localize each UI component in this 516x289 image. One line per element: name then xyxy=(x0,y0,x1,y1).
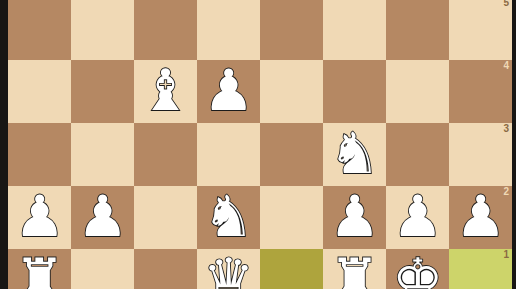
rank-coordinate-4: 4 xyxy=(503,60,509,72)
square-b1[interactable] xyxy=(71,249,134,289)
rank-coordinate-5: 5 xyxy=(503,0,509,9)
square-a2[interactable]: ♟ xyxy=(8,186,71,249)
square-f5[interactable] xyxy=(323,0,386,60)
square-b4[interactable] xyxy=(71,60,134,123)
rank-coordinate-2: 2 xyxy=(503,186,509,198)
square-f1[interactable]: ♜ xyxy=(323,249,386,289)
square-c1[interactable] xyxy=(134,249,197,289)
chess-board: 5♝♟4♞3♟♟♞♟♟♟2♜♛♜♚1 xyxy=(8,0,512,289)
white-knight-d2[interactable]: ♞ xyxy=(203,185,254,248)
white-pawn-a2[interactable]: ♟ xyxy=(14,185,65,248)
square-h4[interactable]: 4 xyxy=(449,60,512,123)
square-d3[interactable] xyxy=(197,123,260,186)
square-g4[interactable] xyxy=(386,60,449,123)
square-a1[interactable]: ♜ xyxy=(8,249,71,289)
square-h1[interactable]: 1 xyxy=(449,249,512,289)
white-pawn-d4[interactable]: ♟ xyxy=(203,59,254,122)
square-d4[interactable]: ♟ xyxy=(197,60,260,123)
white-pawn-f2[interactable]: ♟ xyxy=(329,185,380,248)
white-pawn-h2[interactable]: ♟ xyxy=(455,185,506,248)
square-e1[interactable] xyxy=(260,249,323,289)
square-a3[interactable] xyxy=(8,123,71,186)
square-h2[interactable]: ♟2 xyxy=(449,186,512,249)
white-queen-d1[interactable]: ♛ xyxy=(203,248,254,289)
square-c3[interactable] xyxy=(134,123,197,186)
square-e4[interactable] xyxy=(260,60,323,123)
square-b3[interactable] xyxy=(71,123,134,186)
left-edge-strip xyxy=(0,0,8,289)
square-g3[interactable] xyxy=(386,123,449,186)
square-e5[interactable] xyxy=(260,0,323,60)
white-rook-a1[interactable]: ♜ xyxy=(14,248,65,289)
square-a4[interactable] xyxy=(8,60,71,123)
rank-coordinate-1: 1 xyxy=(503,249,509,261)
square-c4[interactable]: ♝ xyxy=(134,60,197,123)
square-f4[interactable] xyxy=(323,60,386,123)
square-c2[interactable] xyxy=(134,186,197,249)
square-h3[interactable]: 3 xyxy=(449,123,512,186)
square-g1[interactable]: ♚ xyxy=(386,249,449,289)
square-d5[interactable] xyxy=(197,0,260,60)
white-king-g1[interactable]: ♚ xyxy=(392,248,443,289)
right-edge-strip xyxy=(512,0,516,289)
white-pawn-g2[interactable]: ♟ xyxy=(392,185,443,248)
square-c5[interactable] xyxy=(134,0,197,60)
rank-coordinate-3: 3 xyxy=(503,123,509,135)
square-h5[interactable]: 5 xyxy=(449,0,512,60)
white-pawn-b2[interactable]: ♟ xyxy=(77,185,128,248)
square-g5[interactable] xyxy=(386,0,449,60)
white-bishop-c4[interactable]: ♝ xyxy=(140,59,191,122)
square-f2[interactable]: ♟ xyxy=(323,186,386,249)
white-knight-f3[interactable]: ♞ xyxy=(329,122,380,185)
square-b2[interactable]: ♟ xyxy=(71,186,134,249)
square-a5[interactable] xyxy=(8,0,71,60)
square-d1[interactable]: ♛ xyxy=(197,249,260,289)
white-rook-f1[interactable]: ♜ xyxy=(329,248,380,289)
screenshot-root: 5♝♟4♞3♟♟♞♟♟♟2♜♛♜♚1 xyxy=(0,0,516,289)
square-g2[interactable]: ♟ xyxy=(386,186,449,249)
square-e2[interactable] xyxy=(260,186,323,249)
square-e3[interactable] xyxy=(260,123,323,186)
square-d2[interactable]: ♞ xyxy=(197,186,260,249)
square-b5[interactable] xyxy=(71,0,134,60)
square-f3[interactable]: ♞ xyxy=(323,123,386,186)
